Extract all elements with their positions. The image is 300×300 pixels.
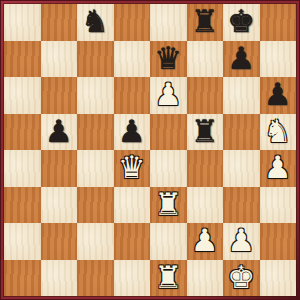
square-e4[interactable] [150, 150, 187, 187]
white-rook-piece[interactable]: ♜ [154, 260, 182, 295]
square-f7[interactable] [187, 41, 224, 78]
white-knight-piece[interactable]: ♞ [264, 114, 292, 149]
white-king-piece[interactable]: ♚ [227, 260, 255, 295]
square-c2[interactable] [77, 223, 114, 260]
square-f2[interactable]: ♟ [187, 223, 224, 260]
black-pawn-piece[interactable]: ♟ [45, 114, 73, 149]
square-e2[interactable] [150, 223, 187, 260]
black-pawn-piece[interactable]: ♟ [118, 114, 146, 149]
square-g6[interactable] [223, 77, 260, 114]
square-d5[interactable]: ♟ [114, 114, 151, 151]
square-b2[interactable] [41, 223, 78, 260]
square-f3[interactable] [187, 187, 224, 224]
square-e6[interactable]: ♟ [150, 77, 187, 114]
square-c1[interactable] [77, 260, 114, 297]
white-pawn-piece[interactable]: ♟ [191, 223, 219, 258]
square-e5[interactable] [150, 114, 187, 151]
square-h1[interactable] [260, 260, 297, 297]
square-c8[interactable]: ♞ [77, 4, 114, 41]
square-c7[interactable] [77, 41, 114, 78]
square-g8[interactable]: ♚ [223, 4, 260, 41]
black-pawn-piece[interactable]: ♟ [227, 41, 255, 76]
chess-board: ♞♜♚♛♟♟♟♟♟♜♞♛♟♜♟♟♜♚ [4, 4, 296, 296]
square-c4[interactable] [77, 150, 114, 187]
square-c5[interactable] [77, 114, 114, 151]
square-c3[interactable] [77, 187, 114, 224]
square-e8[interactable] [150, 4, 187, 41]
square-a2[interactable] [4, 223, 41, 260]
square-b8[interactable] [41, 4, 78, 41]
square-d6[interactable] [114, 77, 151, 114]
square-e1[interactable]: ♜ [150, 260, 187, 297]
square-b4[interactable] [41, 150, 78, 187]
white-queen-piece[interactable]: ♛ [118, 150, 146, 185]
square-a5[interactable] [4, 114, 41, 151]
square-g5[interactable] [223, 114, 260, 151]
square-f4[interactable] [187, 150, 224, 187]
square-f8[interactable]: ♜ [187, 4, 224, 41]
square-b7[interactable] [41, 41, 78, 78]
square-d2[interactable] [114, 223, 151, 260]
square-c6[interactable] [77, 77, 114, 114]
square-a1[interactable] [4, 260, 41, 297]
square-g4[interactable] [223, 150, 260, 187]
black-rook-piece[interactable]: ♜ [191, 114, 219, 149]
square-f1[interactable] [187, 260, 224, 297]
square-h4[interactable]: ♟ [260, 150, 297, 187]
square-a6[interactable] [4, 77, 41, 114]
square-d1[interactable] [114, 260, 151, 297]
square-b6[interactable] [41, 77, 78, 114]
square-a8[interactable] [4, 4, 41, 41]
square-h8[interactable] [260, 4, 297, 41]
white-pawn-piece[interactable]: ♟ [227, 223, 255, 258]
square-e7[interactable]: ♛ [150, 41, 187, 78]
black-queen-piece[interactable]: ♛ [154, 41, 182, 76]
square-a4[interactable] [4, 150, 41, 187]
black-rook-piece[interactable]: ♜ [191, 4, 219, 39]
square-a7[interactable] [4, 41, 41, 78]
white-pawn-piece[interactable]: ♟ [264, 150, 292, 185]
square-g1[interactable]: ♚ [223, 260, 260, 297]
square-f5[interactable]: ♜ [187, 114, 224, 151]
square-g3[interactable] [223, 187, 260, 224]
white-rook-piece[interactable]: ♜ [154, 187, 182, 222]
square-h2[interactable] [260, 223, 297, 260]
square-g7[interactable]: ♟ [223, 41, 260, 78]
square-d4[interactable]: ♛ [114, 150, 151, 187]
square-b5[interactable]: ♟ [41, 114, 78, 151]
black-king-piece[interactable]: ♚ [227, 4, 255, 39]
square-h3[interactable] [260, 187, 297, 224]
white-pawn-piece[interactable]: ♟ [154, 77, 182, 112]
square-d8[interactable] [114, 4, 151, 41]
square-e3[interactable]: ♜ [150, 187, 187, 224]
chess-board-frame: ♞♜♚♛♟♟♟♟♟♜♞♛♟♜♟♟♜♚ [0, 0, 300, 300]
square-d3[interactable] [114, 187, 151, 224]
square-b3[interactable] [41, 187, 78, 224]
square-h5[interactable]: ♞ [260, 114, 297, 151]
black-pawn-piece[interactable]: ♟ [264, 77, 292, 112]
square-h6[interactable]: ♟ [260, 77, 297, 114]
black-knight-piece[interactable]: ♞ [81, 4, 109, 39]
square-f6[interactable] [187, 77, 224, 114]
square-a3[interactable] [4, 187, 41, 224]
square-d7[interactable] [114, 41, 151, 78]
square-b1[interactable] [41, 260, 78, 297]
square-h7[interactable] [260, 41, 297, 78]
square-g2[interactable]: ♟ [223, 223, 260, 260]
